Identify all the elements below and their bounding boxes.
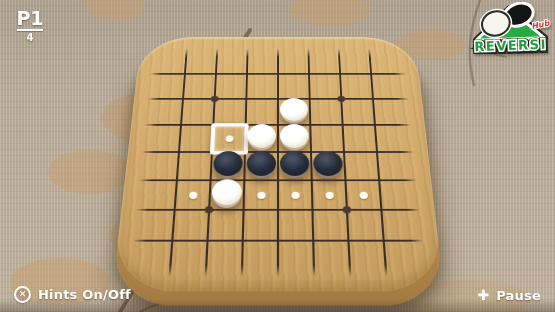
grid-hline bbox=[135, 209, 419, 211]
board-grid bbox=[112, 37, 444, 291]
disc-white-e4 bbox=[279, 124, 308, 148]
player-score: 4 bbox=[15, 32, 45, 43]
disc-black-c5 bbox=[212, 151, 242, 176]
grid-vline bbox=[276, 49, 278, 277]
x-button-icon: ✕ bbox=[14, 286, 31, 303]
board-surface bbox=[112, 37, 444, 291]
plus-button-icon: ✚ bbox=[478, 287, 490, 303]
player-panel: P1 4 bbox=[15, 8, 45, 43]
disc-white-c6 bbox=[211, 179, 242, 205]
game-screen: P1 4 Hub REVERSI REVERSI REVERSI ✕ Hints… bbox=[0, 0, 555, 312]
disc-black-d5 bbox=[246, 151, 276, 176]
logo-badge: Hub bbox=[531, 18, 551, 31]
player-label: P1 bbox=[15, 8, 45, 28]
logo-title: REVERSI bbox=[474, 37, 547, 54]
hint-dot-d6[interactable] bbox=[256, 191, 264, 198]
star-point bbox=[210, 96, 218, 102]
disc-black-f5 bbox=[312, 151, 342, 176]
hint-dot-e6[interactable] bbox=[290, 191, 298, 198]
hint-dot-b6[interactable] bbox=[188, 191, 197, 198]
disc-white-e3 bbox=[279, 98, 307, 121]
cursor-highlight[interactable] bbox=[209, 123, 248, 154]
star-point bbox=[337, 96, 345, 102]
reversi-logo: Hub REVERSI REVERSI REVERSI bbox=[469, 2, 551, 54]
reversi-board bbox=[112, 37, 444, 291]
star-point bbox=[204, 206, 213, 213]
hint-dot-g6[interactable] bbox=[358, 191, 367, 198]
grid-hline bbox=[138, 179, 416, 181]
disc-white-d4 bbox=[247, 124, 276, 148]
hints-toggle-button[interactable]: ✕ Hints On/Off bbox=[14, 286, 131, 303]
hints-label: Hints On/Off bbox=[38, 287, 131, 302]
grid-vline bbox=[368, 49, 387, 277]
grid-hline bbox=[132, 240, 423, 242]
pause-label: Pause bbox=[496, 288, 541, 303]
player-underline bbox=[17, 29, 43, 31]
hint-dot-f6[interactable] bbox=[324, 191, 333, 198]
disc-black-e5 bbox=[279, 151, 309, 176]
pause-button[interactable]: ✚ Pause bbox=[478, 287, 542, 303]
grid-vline bbox=[168, 49, 187, 277]
star-point bbox=[342, 206, 351, 213]
